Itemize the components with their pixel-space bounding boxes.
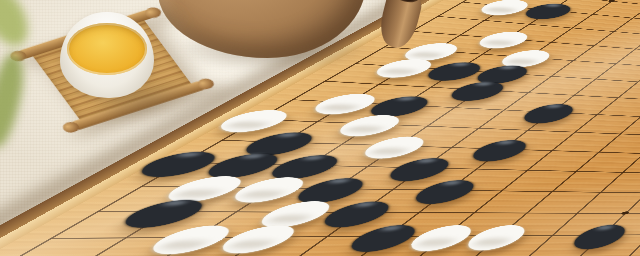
tea-surface	[67, 23, 147, 75]
bamboo-leaf	[0, 50, 28, 150]
teacup	[60, 12, 154, 98]
black-stone[interactable]: ●	[507, 98, 593, 125]
black-stone[interactable]: ●	[454, 134, 548, 163]
star-point	[620, 211, 630, 214]
star-point	[607, 0, 616, 2]
bamboo-leaf	[0, 0, 36, 53]
go-scene: ●●●●●●●●●●●●●●●●●●●●●●●●●●●●●●●●●●	[0, 0, 640, 256]
black-stone[interactable]: ●	[556, 219, 640, 251]
